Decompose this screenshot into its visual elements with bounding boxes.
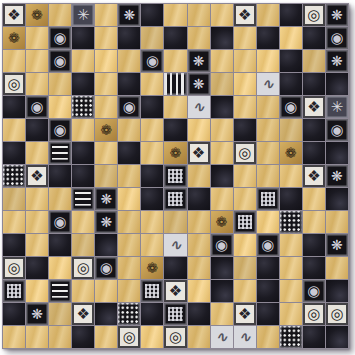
- dark-medallion-tile-ornament-icon: ◉: [284, 100, 297, 115]
- tile-r2-c9-beige-stone-tile: [211, 50, 233, 72]
- tile-r11-c14-beige-stone-tile: [326, 257, 348, 279]
- tile-r8-c7-dense-ornate-grid-tile: [164, 188, 186, 210]
- tile-r13-c3-light-ornate-medallion-tile: ❖: [72, 303, 94, 325]
- tile-r11-c2-beige-stone-tile: [49, 257, 71, 279]
- tile-r0-c7-beige-stone-tile: [164, 4, 186, 26]
- tile-r12-c4-beige-stone-tile: [95, 280, 117, 302]
- tile-r11-c13-black-stone-tile: [303, 257, 325, 279]
- tile-r8-c10-beige-stone-tile: [234, 188, 256, 210]
- tile-r7-c5-beige-stone-tile: [118, 165, 140, 187]
- tile-r1-c12-beige-stone-tile: [280, 27, 302, 49]
- tile-r10-c0-black-stone-tile: [3, 234, 25, 256]
- dark-medallion-tile-ornament-icon: ◉: [307, 284, 320, 299]
- tile-r7-c14-dark-snowflake-ornate-tile: ❋: [326, 165, 348, 187]
- tile-r10-c5-beige-stone-tile: [118, 234, 140, 256]
- tile-r13-c1-dark-snowflake-ornate-tile: ❋: [26, 303, 48, 325]
- tile-r4-c2-beige-stone-tile: [49, 96, 71, 118]
- tile-r9-c14-beige-stone-tile: [326, 211, 348, 233]
- tile-r13-c2-beige-stone-tile: [49, 303, 71, 325]
- tile-r2-c13-beige-stone-tile: [303, 50, 325, 72]
- tile-r3-c8-dark-snowflake-ornate-tile: ❋: [188, 73, 210, 95]
- tile-r6-c5-black-stone-tile: [118, 142, 140, 164]
- tile-r6-c4-beige-stone-tile: [95, 142, 117, 164]
- tile-r6-c13-black-stone-tile: [303, 142, 325, 164]
- tile-r9-c3-beige-stone-tile: [72, 211, 94, 233]
- tile-r2-c6-dark-medallion-tile: ◉: [141, 50, 163, 72]
- tile-r3-c11-white-metallic-veined-tile: ∿: [257, 73, 279, 95]
- tile-r2-c4-beige-stone-tile: [95, 50, 117, 72]
- tile-r0-c9-beige-stone-tile: [211, 4, 233, 26]
- dark-snowflake-ornate-tile-ornament-icon: ❋: [331, 54, 343, 68]
- tile-r14-c8-beige-stone-tile: [188, 326, 210, 348]
- tile-r13-c9-beige-stone-tile: [211, 303, 233, 325]
- tile-r3-c9-beige-stone-tile: [211, 73, 233, 95]
- light-ring-medallion-tile-ornament-icon: ◎: [330, 307, 343, 322]
- dark-medallion-tile-ornament-icon: ◉: [100, 261, 113, 276]
- tile-r10-c14-dark-snowflake-ornate-tile: ❋: [326, 234, 348, 256]
- tile-r14-c5-light-ring-medallion-tile: ◎: [118, 326, 140, 348]
- tile-r11-c10-beige-stone-tile: [234, 257, 256, 279]
- tile-r14-c11-beige-stone-tile: [257, 326, 279, 348]
- tile-r8-c6-black-stone-tile: [141, 188, 163, 210]
- tile-r6-c0-black-stone-tile: [3, 142, 25, 164]
- tile-r6-c10-light-ring-medallion-tile: ◎: [234, 142, 256, 164]
- tile-r6-c8-light-ornate-medallion-tile: ❖: [188, 142, 210, 164]
- tile-r0-c6-black-stone-tile: [141, 4, 163, 26]
- tile-r4-c9-black-stone-tile: [211, 96, 233, 118]
- tile-r12-c1-beige-stone-tile: [26, 280, 48, 302]
- tile-r4-c1-dark-medallion-tile: ◉: [26, 96, 48, 118]
- light-ornate-medallion-tile-ornament-icon: ❖: [238, 8, 251, 23]
- tile-r9-c8-beige-stone-tile: [188, 211, 210, 233]
- tile-r9-c9-gold-ornate-tile: ❁: [211, 211, 233, 233]
- tile-r1-c10-beige-stone-tile: [234, 27, 256, 49]
- tile-r7-c7-dense-ornate-grid-tile: [164, 165, 186, 187]
- tile-r14-c12-white-dots-grid-tile: [280, 326, 302, 348]
- tile-r2-c0-beige-stone-tile: [3, 50, 25, 72]
- tile-r3-c12-black-stone-tile: [280, 73, 302, 95]
- dark-medallion-tile-ornament-icon: ◉: [330, 31, 343, 46]
- tile-r3-c13-black-stone-tile: [303, 73, 325, 95]
- tile-r10-c9-dark-medallion-tile: ◉: [211, 234, 233, 256]
- tile-r4-c0-black-stone-tile: [3, 96, 25, 118]
- tile-r8-c13-beige-stone-tile: [303, 188, 325, 210]
- tile-r8-c3-horizontal-stripes-tile: [72, 188, 94, 210]
- gold-ornate-tile-ornament-icon: ❁: [31, 8, 43, 22]
- tile-r5-c13-black-stone-tile: [303, 119, 325, 141]
- tile-r11-c9-black-stone-tile: [211, 257, 233, 279]
- tile-r14-c2-beige-stone-tile: [49, 326, 71, 348]
- light-ring-medallion-tile-ornament-icon: ◎: [238, 146, 251, 161]
- tile-r6-c7-gold-ornate-tile: ❁: [164, 142, 186, 164]
- tile-r0-c2-beige-stone-tile: [49, 4, 71, 26]
- tile-r8-c4-dark-snowflake-ornate-tile: ❋: [95, 188, 117, 210]
- tile-r4-c6-black-stone-tile: [141, 96, 163, 118]
- tile-r11-c1-black-stone-tile: [26, 257, 48, 279]
- tile-r7-c10-beige-stone-tile: [234, 165, 256, 187]
- tile-r0-c4-beige-stone-tile: [95, 4, 117, 26]
- tile-r6-c3-black-stone-tile: [72, 142, 94, 164]
- light-ornate-medallion-tile-ornament-icon: ❖: [7, 8, 20, 23]
- tile-r2-c3-beige-stone-tile: [72, 50, 94, 72]
- tile-r5-c3-beige-stone-tile: [72, 119, 94, 141]
- tile-r8-c0-beige-stone-tile: [3, 188, 25, 210]
- tile-r3-c3-black-stone-tile: [72, 73, 94, 95]
- tile-r1-c2-dark-medallion-tile: ◉: [49, 27, 71, 49]
- tile-r8-c1-beige-stone-tile: [26, 188, 48, 210]
- light-ring-medallion-tile-ornament-icon: ◎: [307, 8, 320, 23]
- tile-r3-c6-beige-stone-tile: [141, 73, 163, 95]
- tile-r9-c10-dense-ornate-grid-tile: [234, 211, 256, 233]
- tile-r4-c7-beige-stone-tile: [164, 96, 186, 118]
- tile-r9-c6-beige-stone-tile: [141, 211, 163, 233]
- dark-snowflake-ornate-tile-ornament-icon: ❋: [31, 307, 43, 321]
- tile-r10-c3-beige-stone-tile: [72, 234, 94, 256]
- tile-r14-c13-black-stone-tile: [303, 326, 325, 348]
- product-photo-stage: ❖❁✳❋❖◎❋❁◉◉◉◉❋❋◎❋∿◉◉∿◉❖✳◉❁◉❁❖◎❁❖❖❋❋◉❋❁∿◉◉…: [0, 0, 355, 355]
- tile-r4-c10-beige-stone-tile: [234, 96, 256, 118]
- tile-r9-c0-beige-stone-tile: [3, 211, 25, 233]
- tile-r3-c1-beige-stone-tile: [26, 73, 48, 95]
- tile-r5-c9-beige-stone-tile: [211, 119, 233, 141]
- tile-r5-c5-beige-stone-tile: [118, 119, 140, 141]
- tile-r11-c6-gold-ornate-tile: ❁: [141, 257, 163, 279]
- tile-r8-c12-black-stone-tile: [280, 188, 302, 210]
- light-ornate-medallion-tile-ornament-icon: ❖: [192, 146, 205, 161]
- tile-r0-c3-slate-speckled-star-tile: ✳: [72, 4, 94, 26]
- dark-snowflake-ornate-tile-ornament-icon: ❋: [100, 192, 112, 206]
- tile-r7-c11-beige-stone-tile: [257, 165, 279, 187]
- tile-r10-c2-black-stone-tile: [49, 234, 71, 256]
- tile-r2-c12-black-stone-tile: [280, 50, 302, 72]
- dark-snowflake-ornate-tile-ornament-icon: ❋: [123, 8, 135, 22]
- dark-snowflake-ornate-tile-ornament-icon: ❋: [193, 54, 205, 68]
- tile-r10-c4-black-stone-tile: [95, 234, 117, 256]
- tile-r13-c0-black-stone-tile: [3, 303, 25, 325]
- dark-medallion-tile-ornament-icon: ◉: [54, 54, 67, 69]
- tile-r12-c0-dense-ornate-grid-tile: [3, 280, 25, 302]
- dark-medallion-tile-ornament-icon: ◉: [146, 54, 159, 69]
- tile-r3-c5-black-stone-tile: [118, 73, 140, 95]
- tile-r12-c11-black-stone-tile: [257, 280, 279, 302]
- dark-medallion-tile-ornament-icon: ◉: [215, 238, 228, 253]
- light-ornate-medallion-tile-ornament-icon: ❖: [307, 169, 320, 184]
- tile-r5-c11-beige-stone-tile: [257, 119, 279, 141]
- tile-r5-c2-dark-medallion-tile: ◉: [49, 119, 71, 141]
- dark-medallion-tile-ornament-icon: ◉: [54, 123, 67, 138]
- tile-r1-c8-beige-stone-tile: [188, 27, 210, 49]
- dark-snowflake-ornate-tile-ornament-icon: ❋: [331, 8, 343, 22]
- tile-r1-c13-black-stone-tile: [303, 27, 325, 49]
- tile-r12-c9-black-stone-tile: [211, 280, 233, 302]
- light-ring-medallion-tile-ornament-icon: ◎: [169, 330, 182, 345]
- tile-r12-c8-beige-stone-tile: [188, 280, 210, 302]
- tile-r14-c7-light-ring-medallion-tile: ◎: [164, 326, 186, 348]
- tile-r2-c2-dark-medallion-tile: ◉: [49, 50, 71, 72]
- tile-r13-c10-light-ornate-medallion-tile: ❖: [234, 303, 256, 325]
- light-ornate-medallion-tile-ornament-icon: ❖: [169, 284, 182, 299]
- tile-r5-c14-dark-medallion-tile: ◉: [326, 119, 348, 141]
- tile-r4-c3-white-dots-grid-tile: [72, 96, 94, 118]
- tile-r1-c6-beige-stone-tile: [141, 27, 163, 49]
- tile-r5-c8-beige-stone-tile: [188, 119, 210, 141]
- tile-r7-c0-white-dots-grid-tile: [3, 165, 25, 187]
- tile-r0-c8-beige-stone-tile: [188, 4, 210, 26]
- tile-r1-c1-beige-stone-tile: [26, 27, 48, 49]
- tile-r5-c12-beige-stone-tile: [280, 119, 302, 141]
- tile-r1-c7-black-stone-tile: [164, 27, 186, 49]
- dark-snowflake-ornate-tile-ornament-icon: ❋: [331, 238, 343, 252]
- tile-r14-c3-black-stone-tile: [72, 326, 94, 348]
- light-ornate-medallion-tile-ornament-icon: ❖: [77, 307, 90, 322]
- tile-r14-c0-beige-stone-tile: [3, 326, 25, 348]
- tile-r7-c6-black-stone-tile: [141, 165, 163, 187]
- tile-r8-c14-black-stone-tile: [326, 188, 348, 210]
- tile-r8-c2-beige-stone-tile: [49, 188, 71, 210]
- tile-r3-c2-beige-stone-tile: [49, 73, 71, 95]
- mosaic-board: ❖❁✳❋❖◎❋❁◉◉◉◉❋❋◎❋∿◉◉∿◉❖✳◉❁◉❁❖◎❁❖❖❋❋◉❋❁∿◉◉…: [2, 3, 349, 349]
- light-ring-medallion-tile-ornament-icon: ◎: [7, 261, 20, 276]
- tile-r6-c6-beige-stone-tile: [141, 142, 163, 164]
- tile-r4-c14-slate-speckled-star-tile: ✳: [326, 96, 348, 118]
- tile-r10-c10-beige-stone-tile: [234, 234, 256, 256]
- tile-r2-c8-dark-snowflake-ornate-tile: ❋: [188, 50, 210, 72]
- white-metallic-veined-tile-ornament-icon: ∿: [169, 238, 182, 253]
- tile-r3-c0-light-ring-medallion-tile: ◎: [3, 73, 25, 95]
- tile-r12-c5-beige-stone-tile: [118, 280, 140, 302]
- gold-ornate-tile-ornament-icon: ❁: [100, 123, 112, 137]
- tile-r5-c0-beige-stone-tile: [3, 119, 25, 141]
- tile-r12-c7-light-ornate-medallion-tile: ❖: [164, 280, 186, 302]
- tile-r6-c11-beige-stone-tile: [257, 142, 279, 164]
- tile-r13-c6-black-stone-tile: [141, 303, 163, 325]
- tile-r13-c13-light-ring-medallion-tile: ◎: [303, 303, 325, 325]
- tile-r1-c5-black-stone-tile: [118, 27, 140, 49]
- tile-r9-c2-dark-medallion-tile: ◉: [49, 211, 71, 233]
- tile-r12-c10-beige-stone-tile: [234, 280, 256, 302]
- tile-r12-c13-dark-medallion-tile: ◉: [303, 280, 325, 302]
- gold-ornate-tile-ornament-icon: ❁: [285, 146, 297, 160]
- tile-r8-c5-beige-stone-tile: [118, 188, 140, 210]
- tile-r1-c0-gold-ornate-tile: ❁: [3, 27, 25, 49]
- tile-r9-c1-beige-stone-tile: [26, 211, 48, 233]
- tile-r11-c5-beige-stone-tile: [118, 257, 140, 279]
- tile-r9-c11-beige-stone-tile: [257, 211, 279, 233]
- tile-r13-c4-black-stone-tile: [95, 303, 117, 325]
- tile-r12-c6-dense-ornate-grid-tile: [141, 280, 163, 302]
- tile-r14-c14-black-stone-tile: [326, 326, 348, 348]
- tile-r3-c7-vertical-stripes-tile: [164, 73, 186, 95]
- white-metallic-veined-tile-ornament-icon: ∿: [261, 77, 274, 92]
- tile-r10-c8-beige-stone-tile: [188, 234, 210, 256]
- tile-r3-c4-beige-stone-tile: [95, 73, 117, 95]
- tile-r0-c11-beige-stone-tile: [257, 4, 279, 26]
- dark-medallion-tile-ornament-icon: ◉: [54, 31, 67, 46]
- tile-r8-c9-beige-stone-tile: [211, 188, 233, 210]
- tile-r6-c2-horizontal-stripes-tile: [49, 142, 71, 164]
- light-ornate-medallion-tile-ornament-icon: ❖: [238, 307, 251, 322]
- tile-r5-c10-black-stone-tile: [234, 119, 256, 141]
- tile-r1-c11-black-stone-tile: [257, 27, 279, 49]
- light-ring-medallion-tile-ornament-icon: ◎: [7, 77, 20, 92]
- tile-r10-c1-beige-stone-tile: [26, 234, 48, 256]
- tile-r13-c12-beige-stone-tile: [280, 303, 302, 325]
- tile-r7-c13-light-ornate-medallion-tile: ❖: [303, 165, 325, 187]
- light-ring-medallion-tile-ornament-icon: ◎: [307, 307, 320, 322]
- tile-r2-c5-beige-stone-tile: [118, 50, 140, 72]
- tile-r1-c9-black-stone-tile: [211, 27, 233, 49]
- tile-r7-c9-black-stone-tile: [211, 165, 233, 187]
- slate-speckled-star-tile-ornament-icon: ✳: [77, 8, 90, 23]
- tile-r11-c0-light-ring-medallion-tile: ◎: [3, 257, 25, 279]
- tile-r5-c4-gold-ornate-tile: ❁: [95, 119, 117, 141]
- gold-ornate-tile-ornament-icon: ❁: [216, 215, 228, 229]
- tile-r5-c7-black-stone-tile: [164, 119, 186, 141]
- tile-r14-c4-beige-stone-tile: [95, 326, 117, 348]
- tile-r6-c12-gold-ornate-tile: ❁: [280, 142, 302, 164]
- dark-medallion-tile-ornament-icon: ◉: [123, 100, 136, 115]
- tile-r12-c14-black-stone-tile: [326, 280, 348, 302]
- light-ornate-medallion-tile-ornament-icon: ❖: [307, 100, 320, 115]
- dark-snowflake-ornate-tile-ornament-icon: ❋: [100, 215, 112, 229]
- white-metallic-veined-tile-ornament-icon: ∿: [192, 100, 205, 115]
- tile-r6-c1-beige-stone-tile: [26, 142, 48, 164]
- tile-r12-c2-horizontal-stripes-tile: [49, 280, 71, 302]
- tile-r11-c8-beige-stone-tile: [188, 257, 210, 279]
- tile-r9-c4-dark-snowflake-ornate-tile: ❋: [95, 211, 117, 233]
- tile-r14-c1-beige-stone-tile: [26, 326, 48, 348]
- tile-r14-c6-beige-stone-tile: [141, 326, 163, 348]
- tile-r2-c10-beige-stone-tile: [234, 50, 256, 72]
- tile-r3-c14-black-stone-tile: [326, 73, 348, 95]
- tile-r1-c4-beige-stone-tile: [95, 27, 117, 49]
- tile-r8-c11-dense-ornate-grid-tile: [257, 188, 279, 210]
- light-ring-medallion-tile-ornament-icon: ◎: [123, 330, 136, 345]
- tile-r10-c13-black-stone-tile: [303, 234, 325, 256]
- tile-r0-c5-dark-snowflake-ornate-tile: ❋: [118, 4, 140, 26]
- dark-medallion-tile-ornament-icon: ◉: [261, 238, 274, 253]
- tile-r3-c10-beige-stone-tile: [234, 73, 256, 95]
- tile-r14-c10-white-metallic-veined-tile: ∿: [234, 326, 256, 348]
- gold-ornate-tile-ornament-icon: ❁: [147, 261, 159, 275]
- tile-r8-c8-black-stone-tile: [188, 188, 210, 210]
- tile-r9-c5-beige-stone-tile: [118, 211, 140, 233]
- dark-medallion-tile-ornament-icon: ◉: [54, 215, 67, 230]
- dark-medallion-tile-ornament-icon: ◉: [330, 123, 343, 138]
- dark-medallion-tile-ornament-icon: ◉: [31, 100, 44, 115]
- white-metallic-veined-tile-ornament-icon: ∿: [238, 330, 251, 345]
- tile-r2-c14-dark-snowflake-ornate-tile: ❋: [326, 50, 348, 72]
- tile-r0-c10-light-ornate-medallion-tile: ❖: [234, 4, 256, 26]
- tile-r1-c3-black-stone-tile: [72, 27, 94, 49]
- tile-r11-c7-black-stone-tile: [164, 257, 186, 279]
- tile-r14-c9-white-metallic-veined-tile: ∿: [211, 326, 233, 348]
- tile-r0-c1-gold-ornate-tile: ❁: [26, 4, 48, 26]
- tile-r13-c7-dense-ornate-grid-tile: [164, 303, 186, 325]
- tile-r11-c12-beige-stone-tile: [280, 257, 302, 279]
- tile-r4-c8-white-metallic-veined-tile: ∿: [188, 96, 210, 118]
- tile-r12-c12-beige-stone-tile: [280, 280, 302, 302]
- light-ornate-medallion-tile-ornament-icon: ❖: [30, 169, 43, 184]
- tile-r4-c12-dark-medallion-tile: ◉: [280, 96, 302, 118]
- tile-r7-c12-beige-stone-tile: [280, 165, 302, 187]
- tile-r6-c14-black-stone-tile: [326, 142, 348, 164]
- tile-r0-c14-dark-snowflake-ornate-tile: ❋: [326, 4, 348, 26]
- tile-r9-c12-white-dots-grid-tile: [280, 211, 302, 233]
- tile-r5-c1-black-stone-tile: [26, 119, 48, 141]
- tile-r7-c8-beige-stone-tile: [188, 165, 210, 187]
- tile-r10-c12-beige-stone-tile: [280, 234, 302, 256]
- tile-r4-c4-beige-stone-tile: [95, 96, 117, 118]
- tile-r13-c14-light-ring-medallion-tile: ◎: [326, 303, 348, 325]
- tile-r1-c14-dark-medallion-tile: ◉: [326, 27, 348, 49]
- tile-r4-c5-dark-medallion-tile: ◉: [118, 96, 140, 118]
- tile-r2-c11-beige-stone-tile: [257, 50, 279, 72]
- light-ring-medallion-tile-ornament-icon: ◎: [77, 261, 90, 276]
- tile-r5-c6-beige-stone-tile: [141, 119, 163, 141]
- tile-r11-c4-dark-medallion-tile: ◉: [95, 257, 117, 279]
- slate-speckled-star-tile-ornament-icon: ✳: [331, 100, 344, 115]
- tile-r7-c4-beige-stone-tile: [95, 165, 117, 187]
- white-metallic-veined-tile-ornament-icon: ∿: [215, 330, 228, 345]
- tile-r13-c8-black-stone-tile: [188, 303, 210, 325]
- tile-r11-c11-black-stone-tile: [257, 257, 279, 279]
- dark-snowflake-ornate-tile-ornament-icon: ❋: [193, 77, 205, 91]
- tile-r4-c13-light-ornate-medallion-tile: ❖: [303, 96, 325, 118]
- tile-r9-c13-beige-stone-tile: [303, 211, 325, 233]
- tile-r10-c6-beige-stone-tile: [141, 234, 163, 256]
- tile-r2-c7-beige-stone-tile: [164, 50, 186, 72]
- tile-r7-c2-black-stone-tile: [49, 165, 71, 187]
- dark-snowflake-ornate-tile-ornament-icon: ❋: [331, 169, 343, 183]
- tile-r11-c3-light-ring-medallion-tile: ◎: [72, 257, 94, 279]
- tile-r13-c11-black-stone-tile: [257, 303, 279, 325]
- gold-ornate-tile-ornament-icon: ❁: [170, 146, 182, 160]
- tile-r4-c11-beige-stone-tile: [257, 96, 279, 118]
- tile-r2-c1-beige-stone-tile: [26, 50, 48, 72]
- tile-r12-c3-beige-stone-tile: [72, 280, 94, 302]
- tile-r13-c5-white-dots-grid-tile: [118, 303, 140, 325]
- tile-r10-c11-dark-medallion-tile: ◉: [257, 234, 279, 256]
- tile-r0-c12-black-stone-tile: [280, 4, 302, 26]
- tile-r7-c1-light-ornate-medallion-tile: ❖: [26, 165, 48, 187]
- tile-r6-c9-beige-stone-tile: [211, 142, 233, 164]
- tile-r10-c7-white-metallic-veined-tile: ∿: [164, 234, 186, 256]
- tile-r9-c7-beige-stone-tile: [164, 211, 186, 233]
- tile-r0-c13-light-ring-medallion-tile: ◎: [303, 4, 325, 26]
- gold-ornate-tile-ornament-icon: ❁: [8, 31, 20, 45]
- tile-r7-c3-black-stone-tile: [72, 165, 94, 187]
- tile-r0-c0-light-ornate-medallion-tile: ❖: [3, 4, 25, 26]
